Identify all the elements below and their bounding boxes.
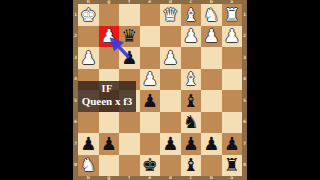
black-queen: ♛ (121, 27, 137, 45)
coord-label: 8 (242, 155, 247, 177)
square-b8 (201, 155, 222, 177)
square-e2 (140, 26, 161, 48)
coord-label: f (119, 176, 140, 180)
coord-label: b (201, 176, 222, 180)
black-pawn: ♟ (101, 135, 117, 153)
square-c7: ♟ (181, 133, 202, 155)
square-b4 (201, 69, 222, 91)
square-f6 (119, 112, 140, 134)
square-f1 (119, 4, 140, 26)
black-bishop: ♝ (183, 156, 199, 174)
square-c5: ♝ (181, 90, 202, 112)
black-rook: ♜ (224, 156, 240, 174)
square-e5: ♟ (140, 90, 161, 112)
square-e7 (140, 133, 161, 155)
square-f3: ♟ (119, 47, 140, 69)
white-knight: ♞ (203, 6, 219, 24)
white-bishop: ♝ (183, 6, 199, 24)
square-a6 (222, 112, 243, 134)
square-f7 (119, 133, 140, 155)
rank-labels-right: 12345678 (242, 4, 247, 176)
coord-label: c (181, 176, 202, 180)
white-pawn: ♟ (183, 27, 199, 45)
square-g6 (99, 112, 120, 134)
square-a2: ♟ (222, 26, 243, 48)
square-c4: ♝ (181, 69, 202, 91)
square-f2: ♛ (119, 26, 140, 48)
coord-label: d (160, 176, 181, 180)
white-pawn: ♟ (224, 27, 240, 45)
square-e3 (140, 47, 161, 69)
square-b1: ♞ (201, 4, 222, 26)
white-rook: ♜ (224, 6, 240, 24)
chess-board: hgfedcba hgfedcba 12345678 12345678 ♚♛♝♞… (73, 0, 247, 180)
square-e1 (140, 4, 161, 26)
video-frame: hgfedcba hgfedcba 12345678 12345678 ♚♛♝♞… (0, 0, 320, 180)
black-pawn: ♟ (162, 135, 178, 153)
square-c6: ♞ (181, 112, 202, 134)
move-annotation: IF Queen x f3 (78, 81, 136, 112)
square-d2 (160, 26, 181, 48)
square-a5 (222, 90, 243, 112)
square-b7: ♟ (201, 133, 222, 155)
black-pawn: ♟ (121, 49, 137, 67)
white-pawn: ♟ (101, 27, 117, 45)
square-g7: ♟ (99, 133, 120, 155)
white-king: ♚ (80, 6, 96, 24)
square-c2: ♟ (181, 26, 202, 48)
square-b3 (201, 47, 222, 69)
black-pawn: ♟ (203, 135, 219, 153)
white-queen: ♛ (162, 6, 178, 24)
square-d7: ♟ (160, 133, 181, 155)
coord-label: g (99, 176, 120, 180)
white-pawn: ♟ (203, 27, 219, 45)
square-a7: ♟ (222, 133, 243, 155)
black-knight: ♞ (183, 113, 199, 131)
square-c3 (181, 47, 202, 69)
square-g8 (99, 155, 120, 177)
square-c1: ♝ (181, 4, 202, 26)
square-h2 (78, 26, 99, 48)
square-d1: ♛ (160, 4, 181, 26)
black-bishop: ♝ (183, 92, 199, 110)
coord-label: 5 (242, 90, 247, 112)
square-e8: ♚ (140, 155, 161, 177)
square-d3: ♟ (160, 47, 181, 69)
annotation-line1: IF (78, 83, 136, 94)
square-g1 (99, 4, 120, 26)
file-labels-bottom: hgfedcba (78, 176, 242, 180)
square-a3 (222, 47, 243, 69)
black-pawn: ♟ (142, 92, 158, 110)
black-pawn: ♟ (183, 135, 199, 153)
square-h3: ♟ (78, 47, 99, 69)
coord-label: 2 (242, 26, 247, 48)
square-a1: ♜ (222, 4, 243, 26)
black-pawn: ♟ (80, 135, 96, 153)
square-g3 (99, 47, 120, 69)
coord-label: e (140, 176, 161, 180)
square-d4 (160, 69, 181, 91)
white-bishop: ♝ (183, 70, 199, 88)
square-f8 (119, 155, 140, 177)
square-d8 (160, 155, 181, 177)
square-h1: ♚ (78, 4, 99, 26)
black-king: ♚ (142, 156, 158, 174)
square-g2: ♟ (99, 26, 120, 48)
black-pawn: ♟ (224, 135, 240, 153)
coord-label: a (222, 176, 243, 180)
coord-label: 4 (242, 69, 247, 91)
square-h8: ♞ (78, 155, 99, 177)
square-a8: ♜ (222, 155, 243, 177)
square-h6 (78, 112, 99, 134)
coord-label: 3 (242, 47, 247, 69)
coord-label: h (78, 176, 99, 180)
white-knight: ♞ (80, 156, 96, 174)
coord-label: 1 (242, 4, 247, 26)
square-c8: ♝ (181, 155, 202, 177)
square-e4: ♟ (140, 69, 161, 91)
white-pawn: ♟ (80, 49, 96, 67)
square-h7: ♟ (78, 133, 99, 155)
white-pawn: ♟ (142, 70, 158, 88)
white-pawn: ♟ (162, 49, 178, 67)
square-a4 (222, 69, 243, 91)
square-b2: ♟ (201, 26, 222, 48)
square-b5 (201, 90, 222, 112)
coord-label: 6 (242, 112, 247, 134)
annotation-line2: Queen x f3 (78, 95, 136, 107)
coord-label: 7 (242, 133, 247, 155)
square-d5 (160, 90, 181, 112)
square-b6 (201, 112, 222, 134)
square-d6 (160, 112, 181, 134)
square-e6 (140, 112, 161, 134)
